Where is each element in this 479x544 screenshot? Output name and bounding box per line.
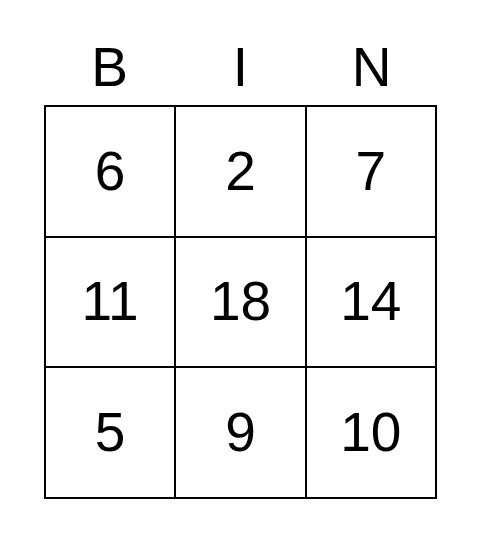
bingo-cell-r3c1[interactable]: 5 [46, 368, 174, 497]
bingo-cell-r2c3[interactable]: 14 [307, 238, 435, 367]
cell-number: 9 [225, 405, 256, 460]
bingo-grid: 6 2 7 11 18 14 5 9 10 [44, 105, 437, 499]
bingo-card: B I N 6 2 7 11 18 14 5 9 10 [0, 0, 479, 544]
column-header-b: B [44, 36, 175, 98]
bingo-cell-r2c1[interactable]: 11 [46, 238, 174, 367]
cell-number: 7 [356, 144, 387, 199]
bingo-cell-r1c1[interactable]: 6 [46, 107, 174, 236]
cell-number: 18 [210, 274, 271, 329]
bingo-cell-r3c3[interactable]: 10 [307, 368, 435, 497]
bingo-cell-r2c2[interactable]: 18 [176, 238, 304, 367]
column-headers: B I N [44, 36, 437, 98]
column-header-i: I [175, 36, 306, 98]
column-header-n: N [306, 36, 437, 98]
bingo-cell-r1c2[interactable]: 2 [176, 107, 304, 236]
cell-number: 10 [340, 405, 401, 460]
cell-number: 5 [95, 405, 126, 460]
bingo-cell-r1c3[interactable]: 7 [307, 107, 435, 236]
cell-number: 6 [95, 144, 126, 199]
cell-number: 14 [340, 274, 401, 329]
cell-number: 11 [82, 274, 139, 329]
cell-number: 2 [225, 144, 256, 199]
bingo-cell-r3c2[interactable]: 9 [176, 368, 304, 497]
